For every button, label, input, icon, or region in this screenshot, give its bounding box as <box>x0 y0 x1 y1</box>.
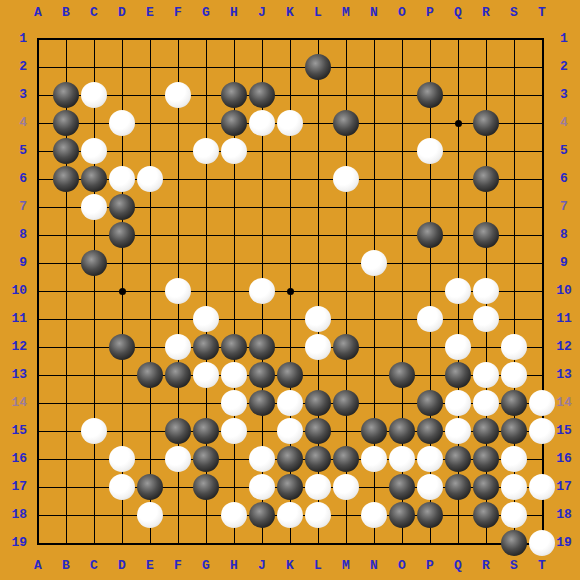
stone-black-E13 <box>137 362 163 388</box>
row-label-18: 18 <box>0 501 27 529</box>
stone-white-J16 <box>249 446 275 472</box>
stone-white-S13 <box>501 362 527 388</box>
stone-white-F16 <box>165 446 191 472</box>
stone-white-M6 <box>333 166 359 192</box>
stone-white-Q15 <box>445 418 471 444</box>
stone-white-L17 <box>305 474 331 500</box>
column-label-G: G <box>192 555 220 577</box>
column-label-H: H <box>220 2 248 24</box>
row-label-9: 9 <box>0 249 27 277</box>
row-label-4: 4 <box>0 109 27 137</box>
column-label-B: B <box>52 2 80 24</box>
stone-black-R15 <box>473 418 499 444</box>
column-label-L: L <box>304 2 332 24</box>
row-label-8: 8 <box>0 221 27 249</box>
row-label-6: 6 <box>0 165 27 193</box>
stone-black-N15 <box>361 418 387 444</box>
column-label-B: B <box>52 555 80 577</box>
stone-black-M4 <box>333 110 359 136</box>
stone-white-O16 <box>389 446 415 472</box>
stone-black-H4 <box>221 110 247 136</box>
column-label-P: P <box>416 555 444 577</box>
stone-white-K15 <box>277 418 303 444</box>
stone-black-G16 <box>193 446 219 472</box>
column-label-J: J <box>248 555 276 577</box>
stone-white-D6 <box>109 166 135 192</box>
stone-white-Q10 <box>445 278 471 304</box>
stone-black-R16 <box>473 446 499 472</box>
stone-white-R13 <box>473 362 499 388</box>
stone-black-G17 <box>193 474 219 500</box>
stone-black-P14 <box>417 390 443 416</box>
stone-white-E6 <box>137 166 163 192</box>
stone-white-K14 <box>277 390 303 416</box>
row-label-3: 3 <box>0 81 27 109</box>
stone-black-Q13 <box>445 362 471 388</box>
stone-black-K16 <box>277 446 303 472</box>
column-label-K: K <box>276 555 304 577</box>
stone-black-J13 <box>249 362 275 388</box>
column-label-T: T <box>528 2 556 24</box>
stone-white-N16 <box>361 446 387 472</box>
column-label-N: N <box>360 2 388 24</box>
stone-white-F12 <box>165 334 191 360</box>
stone-white-T15 <box>529 418 555 444</box>
stone-black-L2 <box>305 54 331 80</box>
stone-black-P8 <box>417 222 443 248</box>
stone-white-Q12 <box>445 334 471 360</box>
stone-black-L14 <box>305 390 331 416</box>
stone-white-P16 <box>417 446 443 472</box>
column-label-O: O <box>388 555 416 577</box>
stone-white-R14 <box>473 390 499 416</box>
stone-white-L11 <box>305 306 331 332</box>
stone-white-R11 <box>473 306 499 332</box>
stone-white-D4 <box>109 110 135 136</box>
stone-black-K13 <box>277 362 303 388</box>
stone-black-B4 <box>53 110 79 136</box>
stone-black-O13 <box>389 362 415 388</box>
column-label-G: G <box>192 2 220 24</box>
stone-white-C7 <box>81 194 107 220</box>
stone-black-M12 <box>333 334 359 360</box>
stone-black-M14 <box>333 390 359 416</box>
stone-black-P3 <box>417 82 443 108</box>
column-label-P: P <box>416 2 444 24</box>
stone-white-T17 <box>529 474 555 500</box>
column-label-Q: Q <box>444 2 472 24</box>
stone-black-B5 <box>53 138 79 164</box>
column-label-D: D <box>108 555 136 577</box>
stone-white-M17 <box>333 474 359 500</box>
stone-white-P17 <box>417 474 443 500</box>
stone-white-P5 <box>417 138 443 164</box>
row-label-17: 17 <box>0 473 27 501</box>
stone-white-K4 <box>277 110 303 136</box>
column-label-M: M <box>332 2 360 24</box>
stone-black-E17 <box>137 474 163 500</box>
stone-white-E18 <box>137 502 163 528</box>
stone-black-C6 <box>81 166 107 192</box>
stone-black-J14 <box>249 390 275 416</box>
stone-white-H18 <box>221 502 247 528</box>
stone-white-H14 <box>221 390 247 416</box>
column-label-T: T <box>528 555 556 577</box>
stone-black-P18 <box>417 502 443 528</box>
column-label-D: D <box>108 2 136 24</box>
stone-white-J17 <box>249 474 275 500</box>
stone-white-G5 <box>193 138 219 164</box>
column-label-S: S <box>500 555 528 577</box>
stone-black-G12 <box>193 334 219 360</box>
column-label-R: R <box>472 2 500 24</box>
column-label-F: F <box>164 555 192 577</box>
stone-black-D12 <box>109 334 135 360</box>
column-label-L: L <box>304 555 332 577</box>
stone-black-F13 <box>165 362 191 388</box>
stone-white-C15 <box>81 418 107 444</box>
column-label-S: S <box>500 2 528 24</box>
stone-black-R4 <box>473 110 499 136</box>
row-label-7: 7 <box>0 193 27 221</box>
stone-black-H3 <box>221 82 247 108</box>
stone-black-L15 <box>305 418 331 444</box>
column-label-N: N <box>360 555 388 577</box>
stone-black-O18 <box>389 502 415 528</box>
row-label-5: 5 <box>0 137 27 165</box>
stone-black-D7 <box>109 194 135 220</box>
stone-black-O17 <box>389 474 415 500</box>
column-label-A: A <box>24 2 52 24</box>
row-label-16: 16 <box>0 445 27 473</box>
stone-white-F10 <box>165 278 191 304</box>
stone-white-Q14 <box>445 390 471 416</box>
stone-black-C9 <box>81 250 107 276</box>
stone-white-T14 <box>529 390 555 416</box>
stone-black-S14 <box>501 390 527 416</box>
go-board: ABCDEFGHJKLMNOPQRST ABCDEFGHJKLMNOPQRST … <box>0 0 580 580</box>
stone-white-C5 <box>81 138 107 164</box>
stone-black-R17 <box>473 474 499 500</box>
row-label-13: 13 <box>0 361 27 389</box>
stone-black-B3 <box>53 82 79 108</box>
stone-white-K18 <box>277 502 303 528</box>
stone-black-S15 <box>501 418 527 444</box>
stone-white-S16 <box>501 446 527 472</box>
stone-black-M16 <box>333 446 359 472</box>
stone-white-D17 <box>109 474 135 500</box>
column-label-Q: Q <box>444 555 472 577</box>
column-label-K: K <box>276 2 304 24</box>
stone-black-S19 <box>501 530 527 556</box>
stone-black-J18 <box>249 502 275 528</box>
stone-black-J12 <box>249 334 275 360</box>
stone-black-P15 <box>417 418 443 444</box>
stone-white-H13 <box>221 362 247 388</box>
stone-black-Q16 <box>445 446 471 472</box>
stone-black-L16 <box>305 446 331 472</box>
stone-black-G15 <box>193 418 219 444</box>
stone-white-D16 <box>109 446 135 472</box>
stone-black-D8 <box>109 222 135 248</box>
stone-black-F15 <box>165 418 191 444</box>
row-label-1: 1 <box>0 25 27 53</box>
row-label-12: 12 <box>0 333 27 361</box>
column-label-C: C <box>80 555 108 577</box>
stone-white-H5 <box>221 138 247 164</box>
stone-white-N18 <box>361 502 387 528</box>
stone-black-B6 <box>53 166 79 192</box>
stone-white-L12 <box>305 334 331 360</box>
stone-black-J3 <box>249 82 275 108</box>
row-label-2: 2 <box>0 53 27 81</box>
row-label-14: 14 <box>0 389 27 417</box>
stone-white-G13 <box>193 362 219 388</box>
stone-white-R10 <box>473 278 499 304</box>
row-label-19: 19 <box>0 529 27 557</box>
column-label-H: H <box>220 555 248 577</box>
column-label-E: E <box>136 2 164 24</box>
stone-black-K17 <box>277 474 303 500</box>
column-label-O: O <box>388 2 416 24</box>
column-label-F: F <box>164 2 192 24</box>
stone-black-R8 <box>473 222 499 248</box>
stone-white-H15 <box>221 418 247 444</box>
row-label-10: 10 <box>0 277 27 305</box>
stone-white-G11 <box>193 306 219 332</box>
stone-black-O15 <box>389 418 415 444</box>
row-label-11: 11 <box>0 305 27 333</box>
stone-black-H12 <box>221 334 247 360</box>
column-label-M: M <box>332 555 360 577</box>
stone-white-S12 <box>501 334 527 360</box>
stone-white-J4 <box>249 110 275 136</box>
column-label-A: A <box>24 555 52 577</box>
stone-black-R6 <box>473 166 499 192</box>
stone-white-T19 <box>529 530 555 556</box>
stone-black-Q17 <box>445 474 471 500</box>
stone-white-F3 <box>165 82 191 108</box>
stone-white-L18 <box>305 502 331 528</box>
stone-white-C3 <box>81 82 107 108</box>
stone-white-P11 <box>417 306 443 332</box>
column-label-R: R <box>472 555 500 577</box>
column-label-E: E <box>136 555 164 577</box>
row-label-15: 15 <box>0 417 27 445</box>
stone-black-R18 <box>473 502 499 528</box>
column-label-C: C <box>80 2 108 24</box>
stone-white-J10 <box>249 278 275 304</box>
board-intersections[interactable] <box>24 25 556 557</box>
stone-white-N9 <box>361 250 387 276</box>
stone-white-S18 <box>501 502 527 528</box>
stone-white-S17 <box>501 474 527 500</box>
column-label-J: J <box>248 2 276 24</box>
